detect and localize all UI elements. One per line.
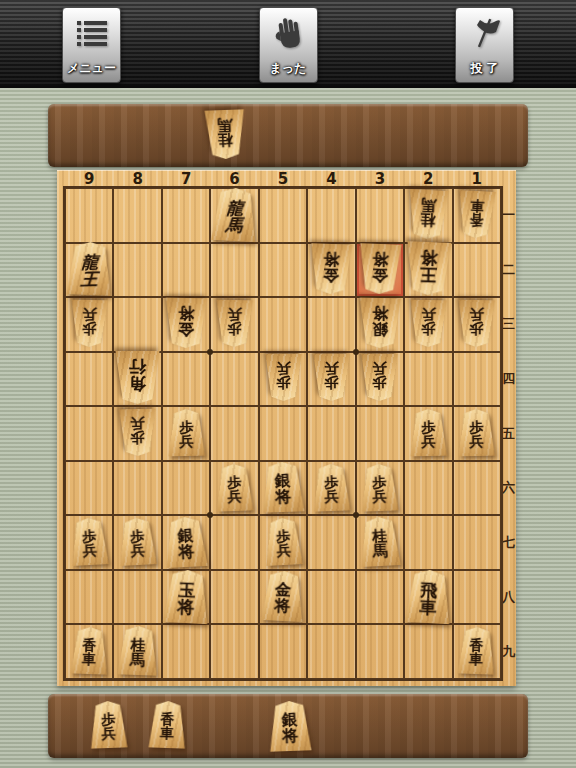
board-cell-8-6[interactable] (113, 461, 161, 516)
board-cell-9-6[interactable] (65, 461, 113, 516)
board-cell-9-8[interactable] (65, 570, 113, 625)
board-cell-4-7[interactable] (307, 515, 355, 570)
resign-button-label: 投 了 (470, 60, 498, 77)
board-cell-9-4[interactable] (65, 352, 113, 407)
piece-pawn-1三[interactable]: 歩兵 (458, 300, 496, 348)
piece-kanji: 王 (80, 271, 98, 288)
star-dot (353, 349, 359, 355)
rank-label: 九 (501, 625, 516, 680)
board-cell-9-5[interactable] (65, 406, 113, 461)
file-label: 4 (307, 170, 355, 188)
rank-label: 一 (501, 188, 516, 243)
board-cell-6-7[interactable] (210, 515, 258, 570)
piece-pawn-4四[interactable]: 歩兵 (313, 354, 350, 401)
piece-kanji: 将 (372, 306, 388, 322)
piece-lance-1九[interactable]: 香車 (457, 627, 496, 675)
piece-kanji: 歩 (276, 376, 290, 390)
matta-button-label: まった (270, 60, 307, 77)
piece-kanji: 兵 (228, 308, 242, 322)
piece-promoted-rook-9二[interactable]: 龍王 (66, 242, 113, 297)
menu-button-label: メニュー (67, 60, 116, 77)
rank-label: 五 (501, 406, 516, 461)
board-cell-7-1[interactable] (162, 188, 210, 243)
piece-knight-2一[interactable]: 桂馬 (407, 189, 450, 240)
file-label: 3 (356, 170, 404, 188)
rank-label: 六 (501, 461, 516, 516)
board-cell-4-1[interactable] (307, 188, 355, 243)
piece-kanji: 馬 (130, 652, 146, 667)
piece-pawn-8五[interactable]: 歩兵 (119, 409, 157, 457)
piece-kanji: 兵 (276, 543, 291, 557)
piece-kanji: 馬 (372, 543, 388, 558)
piece-kanji: 馬 (421, 197, 437, 212)
piece-pawn-2三[interactable]: 歩兵 (409, 300, 447, 348)
piece-pawn-6三[interactable]: 歩兵 (216, 300, 254, 348)
piece-kanji: 兵 (82, 543, 97, 557)
piece-kanji: 歩 (227, 321, 241, 335)
board-cell-2-9[interactable] (404, 624, 452, 679)
board-cell-2-7[interactable] (404, 515, 452, 570)
board-cell-4-8[interactable] (307, 570, 355, 625)
rank-label: 三 (501, 297, 516, 352)
file-label: 7 (162, 170, 210, 188)
piece-knight-8九[interactable]: 桂馬 (117, 626, 159, 676)
piece-kanji: 歩 (470, 321, 484, 335)
hand-piece-silver[interactable]: 銀将 (268, 700, 312, 751)
piece-gold-7三[interactable]: 金将 (165, 298, 208, 349)
piece-kanji: 歩 (131, 430, 145, 444)
rank-label: 四 (501, 352, 516, 407)
piece-kanji: 歩 (82, 321, 96, 335)
piece-kanji: 将 (282, 728, 299, 744)
piece-kanji: 馬 (217, 118, 233, 133)
piece-kanji: 将 (275, 489, 292, 505)
piece-silver-3三[interactable]: 銀将 (358, 298, 401, 349)
board-cell-5-2[interactable] (259, 243, 307, 298)
board-cell-5-1[interactable] (259, 188, 307, 243)
opponent-hand-tray: 桂馬 (48, 104, 528, 167)
piece-lance-1一[interactable]: 香車 (457, 190, 496, 239)
piece-kanji: 兵 (228, 489, 242, 503)
file-label: 9 (65, 170, 113, 188)
hand-piece-lance[interactable]: 香車 (148, 700, 187, 748)
piece-kanji: 銀 (372, 321, 388, 337)
board-cell-8-1[interactable] (113, 188, 161, 243)
board-cell-7-6[interactable] (162, 461, 210, 516)
board-cell-9-1[interactable] (65, 188, 113, 243)
piece-promoted-bishop-6一[interactable]: 龍馬 (211, 187, 259, 242)
board-cell-7-2[interactable] (162, 243, 210, 298)
hand-piece-pawn[interactable]: 歩兵 (89, 700, 128, 748)
menu-icon (63, 8, 120, 60)
piece-pawn-5四[interactable]: 歩兵 (265, 354, 302, 401)
piece-kanji: 兵 (373, 362, 387, 376)
piece-kanji: 兵 (131, 543, 146, 557)
piece-pawn-8七[interactable]: 歩兵 (118, 517, 157, 566)
resign-button[interactable]: 投 了 (455, 7, 514, 83)
board-cell-6-4[interactable] (210, 352, 258, 407)
star-dot (207, 349, 213, 355)
piece-kanji: 兵 (101, 726, 115, 740)
piece-king-7八[interactable]: 玉将 (162, 569, 210, 624)
star-dot (207, 512, 213, 518)
rank-label: 八 (501, 570, 516, 625)
piece-kanji: 将 (178, 543, 195, 559)
toolbar: メニュー まった (0, 0, 576, 88)
board-cell-3-5[interactable] (356, 406, 404, 461)
piece-bishop-8四[interactable]: 角行 (115, 351, 160, 404)
piece-kanji: 車 (470, 198, 485, 212)
piece-kanji: 歩 (324, 376, 338, 390)
board-cell-1-8[interactable] (453, 570, 501, 625)
piece-silver-5六[interactable]: 銀将 (261, 461, 305, 512)
piece-king-2二[interactable]: 王将 (405, 242, 452, 297)
piece-kanji: 兵 (325, 489, 339, 503)
piece-kanji: 歩 (421, 321, 435, 335)
piece-pawn-9七[interactable]: 歩兵 (70, 517, 109, 566)
piece-kanji: 兵 (179, 434, 193, 448)
file-label: 6 (210, 170, 258, 188)
piece-pawn-5七[interactable]: 歩兵 (263, 517, 302, 566)
piece-kanji: 兵 (276, 362, 290, 376)
piece-rook-2八[interactable]: 飛車 (404, 569, 452, 624)
piece-kanji: 兵 (324, 362, 338, 376)
piece-pawn-2五[interactable]: 歩兵 (409, 409, 447, 457)
shogi-board: 987654321 一二三四五六七八九 龍馬桂馬香車龍王金将金将王将歩兵金将歩兵… (57, 170, 516, 686)
piece-lance-9九[interactable]: 香車 (70, 627, 109, 675)
piece-kanji: 歩 (373, 376, 387, 390)
piece-kanji: 車 (469, 652, 483, 666)
piece-kanji: 将 (420, 250, 438, 267)
board-cell-1-2[interactable] (453, 243, 501, 298)
board-cell-3-8[interactable] (356, 570, 404, 625)
piece-kanji: 兵 (421, 434, 435, 448)
board-cell-4-3[interactable] (307, 297, 355, 352)
piece-pawn-7五[interactable]: 歩兵 (167, 409, 205, 457)
piece-pawn-4六[interactable]: 歩兵 (312, 463, 351, 511)
piece-pawn-9三[interactable]: 歩兵 (70, 300, 108, 348)
board-grid: 龍馬桂馬香車龍王金将金将王将歩兵金将歩兵銀将歩兵歩兵角行歩兵歩兵歩兵歩兵歩兵歩兵… (65, 188, 501, 679)
piece-kanji: 龍 (226, 200, 244, 217)
rank-labels: 一二三四五六七八九 (501, 188, 516, 679)
rank-label: 七 (501, 515, 516, 570)
piece-kanji: 将 (274, 598, 291, 614)
rank-label: 二 (501, 243, 516, 298)
board-cell-6-9[interactable] (210, 624, 258, 679)
piece-silver-7七[interactable]: 銀将 (164, 516, 209, 568)
hand-icon (260, 8, 317, 60)
piece-kanji: 馬 (225, 216, 243, 233)
board-cell-8-8[interactable] (113, 570, 161, 625)
piece-kanji: 将 (372, 251, 389, 267)
piece-kanji: 車 (159, 726, 173, 740)
piece-kanji: 将 (177, 598, 195, 616)
file-label: 1 (453, 170, 501, 188)
board-cell-3-9[interactable] (356, 624, 404, 679)
board-cell-2-6[interactable] (404, 461, 452, 516)
board-cell-2-4[interactable] (404, 352, 452, 407)
board-cell-8-2[interactable] (113, 243, 161, 298)
piece-kanji: 兵 (373, 489, 387, 503)
hand-piece-knight[interactable]: 桂馬 (204, 109, 246, 159)
board-cell-7-4[interactable] (162, 352, 210, 407)
flag-icon (456, 8, 513, 60)
piece-kanji: 角 (129, 376, 146, 393)
board-cell-5-3[interactable] (259, 297, 307, 352)
piece-kanji: 車 (419, 598, 437, 616)
file-label: 5 (259, 170, 307, 188)
matta-undo-button[interactable]: まった (259, 7, 318, 83)
piece-gold-4二[interactable]: 金将 (310, 243, 354, 294)
piece-kanji: 桂 (217, 132, 233, 147)
piece-pawn-3六[interactable]: 歩兵 (361, 463, 400, 511)
board-cell-1-6[interactable] (453, 461, 501, 516)
piece-pawn-1五[interactable]: 歩兵 (458, 409, 496, 457)
piece-kanji: 将 (324, 251, 341, 267)
piece-pawn-3四[interactable]: 歩兵 (361, 354, 398, 401)
board-cell-8-3[interactable] (113, 297, 161, 352)
piece-kanji: 兵 (470, 434, 484, 448)
shogi-app-screen: メニュー まった (0, 0, 576, 768)
board-cell-1-4[interactable] (453, 352, 501, 407)
piece-knight-3七[interactable]: 桂馬 (359, 516, 402, 567)
piece-kanji: 兵 (130, 417, 144, 431)
piece-kanji: 将 (178, 306, 194, 322)
player-hand-tray: 歩兵香車銀将 (48, 694, 528, 758)
board-cell-5-5[interactable] (259, 406, 307, 461)
menu-button[interactable]: メニュー (62, 7, 121, 83)
piece-kanji: 行 (129, 359, 146, 376)
board-cell-6-8[interactable] (210, 570, 258, 625)
board-cell-7-9[interactable] (162, 624, 210, 679)
board-cell-6-2[interactable] (210, 243, 258, 298)
piece-kanji: 王 (419, 267, 437, 284)
piece-pawn-6六[interactable]: 歩兵 (215, 463, 254, 511)
board-cell-5-9[interactable] (259, 624, 307, 679)
piece-kanji: 兵 (470, 308, 484, 322)
piece-gold-3二[interactable]: 金将 (358, 243, 402, 294)
board-cell-1-7[interactable] (453, 515, 501, 570)
file-labels: 987654321 (65, 170, 501, 188)
board-cell-4-5[interactable] (307, 406, 355, 461)
piece-gold-5八[interactable]: 金将 (261, 570, 306, 622)
board-cell-3-1[interactable] (356, 188, 404, 243)
piece-kanji: 金 (178, 321, 194, 337)
piece-kanji: 車 (82, 652, 96, 666)
file-label: 8 (113, 170, 161, 188)
board-cell-6-5[interactable] (210, 406, 258, 461)
piece-kanji: 兵 (82, 308, 96, 322)
piece-kanji: 兵 (421, 308, 435, 322)
board-cell-4-9[interactable] (307, 624, 355, 679)
file-label: 2 (404, 170, 452, 188)
